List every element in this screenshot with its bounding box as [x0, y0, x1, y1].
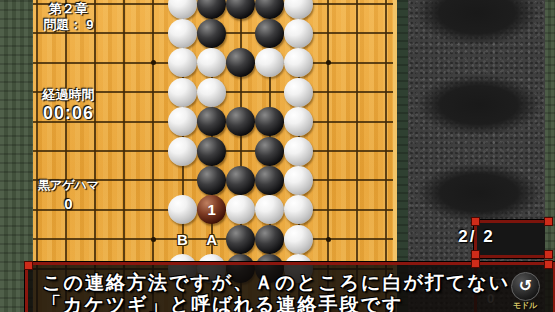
- black-stone[interactable]: [226, 225, 255, 254]
- timer-oval: [417, 74, 541, 136]
- point-label-A[interactable]: A: [197, 225, 226, 254]
- captures-oval: [417, 163, 541, 223]
- black-stone[interactable]: [197, 19, 226, 48]
- back-swirl-icon: ↺: [511, 272, 540, 301]
- black-stone[interactable]: [255, 19, 284, 48]
- white-stone[interactable]: [168, 78, 197, 107]
- star-point: [326, 237, 331, 242]
- move-number-label: 1: [197, 195, 226, 224]
- white-stone[interactable]: [168, 137, 197, 166]
- back-button[interactable]: ↺ モドル: [508, 272, 542, 308]
- star-point: [326, 60, 331, 65]
- elapsed-time-value: 00:06: [0, 103, 137, 124]
- black-captures-label: 黒アゲハマ: [0, 177, 137, 194]
- white-stone[interactable]: [284, 78, 313, 107]
- back-button-label: モドル: [508, 300, 542, 311]
- white-stone[interactable]: [168, 107, 197, 136]
- black-captures-value: 0: [0, 195, 137, 212]
- page-indicator: 2/ 2: [408, 227, 545, 247]
- marked-move-stone[interactable]: 1: [197, 195, 226, 224]
- black-stone[interactable]: [255, 166, 284, 195]
- point-label-B[interactable]: B: [168, 225, 197, 254]
- black-stone[interactable]: [226, 166, 255, 195]
- white-stone[interactable]: [168, 19, 197, 48]
- white-stone[interactable]: [284, 225, 313, 254]
- black-stone[interactable]: [255, 225, 284, 254]
- game-screen: 1BA 第２章 問題： 9 経過時間 00:06 黒アゲハマ 0 2/ 2 ハマ…: [0, 0, 555, 312]
- problem-number: 問題： 9: [0, 16, 137, 34]
- star-point: [151, 237, 156, 242]
- elapsed-time-label: 経過時間: [0, 86, 137, 104]
- message-line-2: 「カケツギ」と呼ばれる連絡手段です: [42, 292, 403, 312]
- black-stone[interactable]: [197, 137, 226, 166]
- black-stone[interactable]: [197, 166, 226, 195]
- white-stone[interactable]: [197, 78, 226, 107]
- black-stone[interactable]: [255, 137, 284, 166]
- white-stone[interactable]: [284, 137, 313, 166]
- black-stone[interactable]: [197, 107, 226, 136]
